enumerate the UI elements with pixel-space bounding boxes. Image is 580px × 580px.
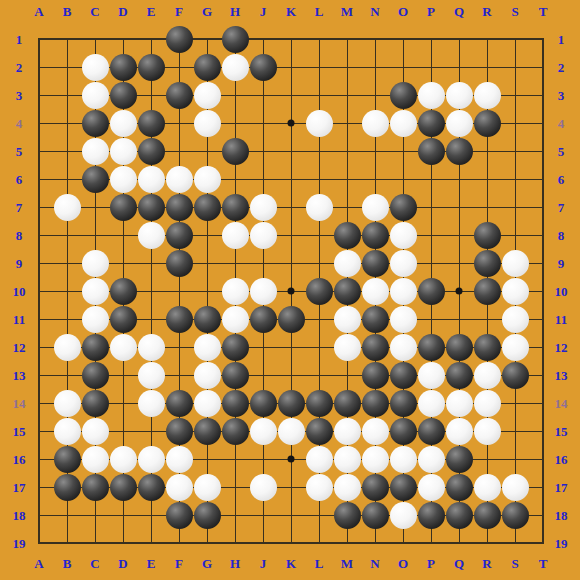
intersection-P13[interactable] — [417, 361, 445, 389]
intersection-J11[interactable] — [249, 305, 277, 333]
intersection-T17[interactable] — [529, 473, 557, 501]
intersection-L14[interactable] — [305, 389, 333, 417]
intersection-H1[interactable] — [221, 25, 249, 53]
intersection-G1[interactable] — [193, 25, 221, 53]
intersection-B3[interactable] — [53, 81, 81, 109]
intersection-C10[interactable] — [81, 277, 109, 305]
intersection-A2[interactable] — [25, 53, 53, 81]
intersection-B9[interactable] — [53, 249, 81, 277]
intersection-H16[interactable] — [221, 445, 249, 473]
intersection-B15[interactable] — [53, 417, 81, 445]
intersection-C5[interactable] — [81, 137, 109, 165]
intersection-M12[interactable] — [333, 333, 361, 361]
intersection-J18[interactable] — [249, 501, 277, 529]
intersection-B6[interactable] — [53, 165, 81, 193]
intersection-E1[interactable] — [137, 25, 165, 53]
intersection-L4[interactable] — [305, 109, 333, 137]
intersection-R9[interactable] — [473, 249, 501, 277]
intersection-S16[interactable] — [501, 445, 529, 473]
intersection-L10[interactable] — [305, 277, 333, 305]
intersection-D14[interactable] — [109, 389, 137, 417]
intersection-N4[interactable] — [361, 109, 389, 137]
intersection-B2[interactable] — [53, 53, 81, 81]
intersection-A9[interactable] — [25, 249, 53, 277]
intersection-N14[interactable] — [361, 389, 389, 417]
intersection-K13[interactable] — [277, 361, 305, 389]
intersection-A6[interactable] — [25, 165, 53, 193]
intersection-R5[interactable] — [473, 137, 501, 165]
intersection-R3[interactable] — [473, 81, 501, 109]
intersection-F14[interactable] — [165, 389, 193, 417]
intersection-E6[interactable] — [137, 165, 165, 193]
intersection-D10[interactable] — [109, 277, 137, 305]
intersection-S7[interactable] — [501, 193, 529, 221]
intersection-S10[interactable] — [501, 277, 529, 305]
intersection-A3[interactable] — [25, 81, 53, 109]
intersection-C18[interactable] — [81, 501, 109, 529]
intersection-N19[interactable] — [361, 529, 389, 557]
intersection-N12[interactable] — [361, 333, 389, 361]
intersection-M4[interactable] — [333, 109, 361, 137]
intersection-S19[interactable] — [501, 529, 529, 557]
intersection-M15[interactable] — [333, 417, 361, 445]
intersection-A17[interactable] — [25, 473, 53, 501]
intersection-H13[interactable] — [221, 361, 249, 389]
intersection-G6[interactable] — [193, 165, 221, 193]
intersection-Q15[interactable] — [445, 417, 473, 445]
intersection-D17[interactable] — [109, 473, 137, 501]
intersection-S5[interactable] — [501, 137, 529, 165]
intersection-K6[interactable] — [277, 165, 305, 193]
intersection-S6[interactable] — [501, 165, 529, 193]
intersection-N9[interactable] — [361, 249, 389, 277]
intersection-D7[interactable] — [109, 193, 137, 221]
intersection-O1[interactable] — [389, 25, 417, 53]
intersection-B7[interactable] — [53, 193, 81, 221]
intersection-T3[interactable] — [529, 81, 557, 109]
intersection-K3[interactable] — [277, 81, 305, 109]
intersection-N3[interactable] — [361, 81, 389, 109]
intersection-C7[interactable] — [81, 193, 109, 221]
intersection-M3[interactable] — [333, 81, 361, 109]
intersection-E12[interactable] — [137, 333, 165, 361]
intersection-F1[interactable] — [165, 25, 193, 53]
intersection-J10[interactable] — [249, 277, 277, 305]
intersection-P12[interactable] — [417, 333, 445, 361]
intersection-H17[interactable] — [221, 473, 249, 501]
intersection-G7[interactable] — [193, 193, 221, 221]
intersection-O5[interactable] — [389, 137, 417, 165]
intersection-A19[interactable] — [25, 529, 53, 557]
intersection-F9[interactable] — [165, 249, 193, 277]
intersection-O4[interactable] — [389, 109, 417, 137]
intersection-G18[interactable] — [193, 501, 221, 529]
intersection-O17[interactable] — [389, 473, 417, 501]
intersection-O11[interactable] — [389, 305, 417, 333]
intersection-H5[interactable] — [221, 137, 249, 165]
intersection-R10[interactable] — [473, 277, 501, 305]
intersection-S14[interactable] — [501, 389, 529, 417]
intersection-G3[interactable] — [193, 81, 221, 109]
intersection-J9[interactable] — [249, 249, 277, 277]
intersection-E10[interactable] — [137, 277, 165, 305]
intersection-E2[interactable] — [137, 53, 165, 81]
intersection-Q17[interactable] — [445, 473, 473, 501]
intersection-T15[interactable] — [529, 417, 557, 445]
intersection-G17[interactable] — [193, 473, 221, 501]
intersection-Q7[interactable] — [445, 193, 473, 221]
intersection-H11[interactable] — [221, 305, 249, 333]
intersection-G4[interactable] — [193, 109, 221, 137]
intersection-G2[interactable] — [193, 53, 221, 81]
intersection-D4[interactable] — [109, 109, 137, 137]
intersection-L7[interactable] — [305, 193, 333, 221]
intersection-T11[interactable] — [529, 305, 557, 333]
intersection-C14[interactable] — [81, 389, 109, 417]
intersection-K15[interactable] — [277, 417, 305, 445]
intersection-A13[interactable] — [25, 361, 53, 389]
intersection-K9[interactable] — [277, 249, 305, 277]
intersection-A15[interactable] — [25, 417, 53, 445]
intersection-O15[interactable] — [389, 417, 417, 445]
intersection-E15[interactable] — [137, 417, 165, 445]
intersection-P19[interactable] — [417, 529, 445, 557]
intersection-M5[interactable] — [333, 137, 361, 165]
intersection-F4[interactable] — [165, 109, 193, 137]
intersection-C15[interactable] — [81, 417, 109, 445]
intersection-H6[interactable] — [221, 165, 249, 193]
intersection-T10[interactable] — [529, 277, 557, 305]
intersection-T12[interactable] — [529, 333, 557, 361]
intersection-D6[interactable] — [109, 165, 137, 193]
intersection-Q4[interactable] — [445, 109, 473, 137]
intersection-R1[interactable] — [473, 25, 501, 53]
intersection-T1[interactable] — [529, 25, 557, 53]
intersection-C1[interactable] — [81, 25, 109, 53]
intersection-L9[interactable] — [305, 249, 333, 277]
intersection-Q13[interactable] — [445, 361, 473, 389]
intersection-C6[interactable] — [81, 165, 109, 193]
intersection-P17[interactable] — [417, 473, 445, 501]
intersection-B4[interactable] — [53, 109, 81, 137]
intersection-S8[interactable] — [501, 221, 529, 249]
intersection-N11[interactable] — [361, 305, 389, 333]
intersection-R2[interactable] — [473, 53, 501, 81]
intersection-K16[interactable] — [277, 445, 305, 473]
intersection-D12[interactable] — [109, 333, 137, 361]
intersection-F17[interactable] — [165, 473, 193, 501]
intersection-R13[interactable] — [473, 361, 501, 389]
intersection-G10[interactable] — [193, 277, 221, 305]
intersection-K11[interactable] — [277, 305, 305, 333]
intersection-O19[interactable] — [389, 529, 417, 557]
intersection-L12[interactable] — [305, 333, 333, 361]
intersection-F2[interactable] — [165, 53, 193, 81]
intersection-J4[interactable] — [249, 109, 277, 137]
intersection-N15[interactable] — [361, 417, 389, 445]
intersection-B5[interactable] — [53, 137, 81, 165]
intersection-O8[interactable] — [389, 221, 417, 249]
intersection-H9[interactable] — [221, 249, 249, 277]
intersection-A1[interactable] — [25, 25, 53, 53]
intersection-E3[interactable] — [137, 81, 165, 109]
intersection-S11[interactable] — [501, 305, 529, 333]
intersection-F13[interactable] — [165, 361, 193, 389]
intersection-H7[interactable] — [221, 193, 249, 221]
intersection-B18[interactable] — [53, 501, 81, 529]
intersection-J13[interactable] — [249, 361, 277, 389]
intersection-D1[interactable] — [109, 25, 137, 53]
intersection-K18[interactable] — [277, 501, 305, 529]
intersection-F6[interactable] — [165, 165, 193, 193]
intersection-H3[interactable] — [221, 81, 249, 109]
intersection-Q11[interactable] — [445, 305, 473, 333]
intersection-C9[interactable] — [81, 249, 109, 277]
intersection-N18[interactable] — [361, 501, 389, 529]
intersection-T2[interactable] — [529, 53, 557, 81]
intersection-M10[interactable] — [333, 277, 361, 305]
intersection-N2[interactable] — [361, 53, 389, 81]
intersection-R12[interactable] — [473, 333, 501, 361]
intersection-E8[interactable] — [137, 221, 165, 249]
intersection-L18[interactable] — [305, 501, 333, 529]
intersection-M9[interactable] — [333, 249, 361, 277]
intersection-A10[interactable] — [25, 277, 53, 305]
intersection-R11[interactable] — [473, 305, 501, 333]
intersection-T13[interactable] — [529, 361, 557, 389]
intersection-P16[interactable] — [417, 445, 445, 473]
intersection-Q14[interactable] — [445, 389, 473, 417]
intersection-L1[interactable] — [305, 25, 333, 53]
intersection-Q1[interactable] — [445, 25, 473, 53]
intersection-M18[interactable] — [333, 501, 361, 529]
intersection-F10[interactable] — [165, 277, 193, 305]
intersection-Q9[interactable] — [445, 249, 473, 277]
intersection-E17[interactable] — [137, 473, 165, 501]
intersection-H19[interactable] — [221, 529, 249, 557]
intersection-P3[interactable] — [417, 81, 445, 109]
intersection-D2[interactable] — [109, 53, 137, 81]
intersection-L5[interactable] — [305, 137, 333, 165]
intersection-P2[interactable] — [417, 53, 445, 81]
intersection-D3[interactable] — [109, 81, 137, 109]
intersection-B11[interactable] — [53, 305, 81, 333]
intersection-O6[interactable] — [389, 165, 417, 193]
intersection-H15[interactable] — [221, 417, 249, 445]
intersection-J6[interactable] — [249, 165, 277, 193]
intersection-J12[interactable] — [249, 333, 277, 361]
intersection-E13[interactable] — [137, 361, 165, 389]
intersection-M16[interactable] — [333, 445, 361, 473]
intersection-Q12[interactable] — [445, 333, 473, 361]
intersection-A11[interactable] — [25, 305, 53, 333]
intersection-Q6[interactable] — [445, 165, 473, 193]
intersection-N6[interactable] — [361, 165, 389, 193]
intersection-N16[interactable] — [361, 445, 389, 473]
intersection-G16[interactable] — [193, 445, 221, 473]
intersection-B13[interactable] — [53, 361, 81, 389]
intersection-P6[interactable] — [417, 165, 445, 193]
intersection-N10[interactable] — [361, 277, 389, 305]
intersection-P8[interactable] — [417, 221, 445, 249]
intersection-L17[interactable] — [305, 473, 333, 501]
intersection-Q16[interactable] — [445, 445, 473, 473]
intersection-H18[interactable] — [221, 501, 249, 529]
intersection-A16[interactable] — [25, 445, 53, 473]
intersection-E19[interactable] — [137, 529, 165, 557]
intersection-J2[interactable] — [249, 53, 277, 81]
intersection-M11[interactable] — [333, 305, 361, 333]
intersection-K1[interactable] — [277, 25, 305, 53]
intersection-J8[interactable] — [249, 221, 277, 249]
intersection-F3[interactable] — [165, 81, 193, 109]
intersection-R19[interactable] — [473, 529, 501, 557]
intersection-G11[interactable] — [193, 305, 221, 333]
intersection-D18[interactable] — [109, 501, 137, 529]
intersection-J17[interactable] — [249, 473, 277, 501]
intersection-B19[interactable] — [53, 529, 81, 557]
intersection-H8[interactable] — [221, 221, 249, 249]
intersection-G8[interactable] — [193, 221, 221, 249]
intersection-F5[interactable] — [165, 137, 193, 165]
intersection-L6[interactable] — [305, 165, 333, 193]
intersection-F7[interactable] — [165, 193, 193, 221]
intersection-P11[interactable] — [417, 305, 445, 333]
intersection-D9[interactable] — [109, 249, 137, 277]
intersection-D19[interactable] — [109, 529, 137, 557]
intersection-R8[interactable] — [473, 221, 501, 249]
intersection-O12[interactable] — [389, 333, 417, 361]
intersection-Q5[interactable] — [445, 137, 473, 165]
intersection-E9[interactable] — [137, 249, 165, 277]
intersection-G19[interactable] — [193, 529, 221, 557]
intersection-A8[interactable] — [25, 221, 53, 249]
intersection-R17[interactable] — [473, 473, 501, 501]
intersection-C11[interactable] — [81, 305, 109, 333]
intersection-K4[interactable] — [277, 109, 305, 137]
intersection-E5[interactable] — [137, 137, 165, 165]
intersection-B8[interactable] — [53, 221, 81, 249]
intersection-M14[interactable] — [333, 389, 361, 417]
intersection-F15[interactable] — [165, 417, 193, 445]
intersection-A12[interactable] — [25, 333, 53, 361]
intersection-P5[interactable] — [417, 137, 445, 165]
intersection-B1[interactable] — [53, 25, 81, 53]
intersection-F16[interactable] — [165, 445, 193, 473]
intersection-E16[interactable] — [137, 445, 165, 473]
intersection-T6[interactable] — [529, 165, 557, 193]
intersection-O18[interactable] — [389, 501, 417, 529]
intersection-B14[interactable] — [53, 389, 81, 417]
intersection-H10[interactable] — [221, 277, 249, 305]
intersection-K10[interactable] — [277, 277, 305, 305]
intersection-K19[interactable] — [277, 529, 305, 557]
intersection-E7[interactable] — [137, 193, 165, 221]
intersection-N17[interactable] — [361, 473, 389, 501]
intersection-D5[interactable] — [109, 137, 137, 165]
intersection-B12[interactable] — [53, 333, 81, 361]
intersection-T9[interactable] — [529, 249, 557, 277]
intersection-S15[interactable] — [501, 417, 529, 445]
intersection-M7[interactable] — [333, 193, 361, 221]
intersection-N8[interactable] — [361, 221, 389, 249]
intersection-M19[interactable] — [333, 529, 361, 557]
intersection-K7[interactable] — [277, 193, 305, 221]
intersection-R15[interactable] — [473, 417, 501, 445]
intersection-F12[interactable] — [165, 333, 193, 361]
intersection-O13[interactable] — [389, 361, 417, 389]
intersection-D8[interactable] — [109, 221, 137, 249]
intersection-R4[interactable] — [473, 109, 501, 137]
intersection-A4[interactable] — [25, 109, 53, 137]
intersection-P9[interactable] — [417, 249, 445, 277]
intersection-D11[interactable] — [109, 305, 137, 333]
intersection-J19[interactable] — [249, 529, 277, 557]
intersection-C3[interactable] — [81, 81, 109, 109]
intersection-L16[interactable] — [305, 445, 333, 473]
intersection-H12[interactable] — [221, 333, 249, 361]
intersection-O7[interactable] — [389, 193, 417, 221]
intersection-J7[interactable] — [249, 193, 277, 221]
intersection-M13[interactable] — [333, 361, 361, 389]
intersection-F11[interactable] — [165, 305, 193, 333]
intersection-L3[interactable] — [305, 81, 333, 109]
intersection-G9[interactable] — [193, 249, 221, 277]
intersection-F18[interactable] — [165, 501, 193, 529]
intersection-L11[interactable] — [305, 305, 333, 333]
intersection-P18[interactable] — [417, 501, 445, 529]
intersection-K14[interactable] — [277, 389, 305, 417]
intersection-J14[interactable] — [249, 389, 277, 417]
intersection-S1[interactable] — [501, 25, 529, 53]
intersection-J16[interactable] — [249, 445, 277, 473]
intersection-F19[interactable] — [165, 529, 193, 557]
intersection-S12[interactable] — [501, 333, 529, 361]
intersection-C16[interactable] — [81, 445, 109, 473]
intersection-J5[interactable] — [249, 137, 277, 165]
intersection-L19[interactable] — [305, 529, 333, 557]
intersection-N5[interactable] — [361, 137, 389, 165]
intersection-N7[interactable] — [361, 193, 389, 221]
intersection-F8[interactable] — [165, 221, 193, 249]
intersection-C8[interactable] — [81, 221, 109, 249]
intersection-M2[interactable] — [333, 53, 361, 81]
intersection-C19[interactable] — [81, 529, 109, 557]
intersection-Q2[interactable] — [445, 53, 473, 81]
intersection-S4[interactable] — [501, 109, 529, 137]
intersection-B16[interactable] — [53, 445, 81, 473]
intersection-J3[interactable] — [249, 81, 277, 109]
intersection-K5[interactable] — [277, 137, 305, 165]
intersection-A14[interactable] — [25, 389, 53, 417]
intersection-S3[interactable] — [501, 81, 529, 109]
intersection-R6[interactable] — [473, 165, 501, 193]
intersection-S18[interactable] — [501, 501, 529, 529]
intersection-E14[interactable] — [137, 389, 165, 417]
intersection-H2[interactable] — [221, 53, 249, 81]
intersection-Q10[interactable] — [445, 277, 473, 305]
intersection-A7[interactable] — [25, 193, 53, 221]
intersection-E4[interactable] — [137, 109, 165, 137]
intersection-Q8[interactable] — [445, 221, 473, 249]
intersection-H4[interactable] — [221, 109, 249, 137]
intersection-T14[interactable] — [529, 389, 557, 417]
intersection-M17[interactable] — [333, 473, 361, 501]
intersection-R18[interactable] — [473, 501, 501, 529]
intersection-Q19[interactable] — [445, 529, 473, 557]
intersection-O9[interactable] — [389, 249, 417, 277]
intersection-L13[interactable] — [305, 361, 333, 389]
